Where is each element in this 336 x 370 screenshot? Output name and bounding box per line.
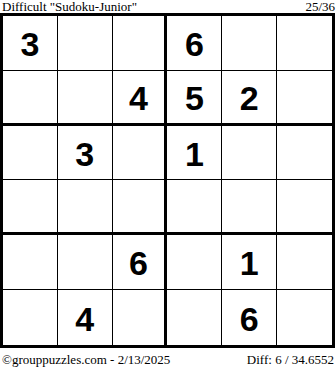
cell-r2c5-given[interactable]: 2	[222, 71, 277, 126]
cell-r2c6-empty[interactable]	[277, 71, 332, 126]
cell-r3c6-empty[interactable]	[277, 126, 332, 181]
cell-r6c4-empty[interactable]	[167, 290, 222, 345]
cell-r2c2-empty[interactable]	[58, 71, 113, 126]
cell-r1c6-empty[interactable]	[277, 16, 332, 71]
cell-r1c4-given[interactable]: 6	[167, 16, 222, 71]
cell-r6c2-given[interactable]: 4	[58, 290, 113, 345]
cell-r4c1-empty[interactable]	[3, 180, 58, 235]
cell-r1c3-empty[interactable]	[113, 16, 168, 71]
header: Difficult "Sudoku-Junior" 25/36	[2, 0, 335, 13]
cell-r6c5-given[interactable]: 6	[222, 290, 277, 345]
cell-r2c1-empty[interactable]	[3, 71, 58, 126]
footer: ©grouppuzzles.com - 2/13/2025 Diff: 6 / …	[2, 353, 334, 367]
sudoku-board: 36452316146	[0, 13, 335, 348]
cell-r1c5-empty[interactable]	[222, 16, 277, 71]
cell-r5c1-empty[interactable]	[3, 235, 58, 290]
cell-r3c3-empty[interactable]	[113, 126, 168, 181]
cell-r5c6-empty[interactable]	[277, 235, 332, 290]
puzzle-counter: 25/36	[305, 0, 335, 13]
cell-r4c4-empty[interactable]	[167, 180, 222, 235]
cell-r2c3-given[interactable]: 4	[113, 71, 168, 126]
puzzle-page: Difficult "Sudoku-Junior" 25/36 36452316…	[0, 0, 336, 370]
cell-r4c6-empty[interactable]	[277, 180, 332, 235]
cell-r6c6-empty[interactable]	[277, 290, 332, 345]
cell-r3c4-given[interactable]: 1	[167, 126, 222, 181]
cell-r1c1-given[interactable]: 3	[3, 16, 58, 71]
cell-r4c2-empty[interactable]	[58, 180, 113, 235]
cell-r6c3-empty[interactable]	[113, 290, 168, 345]
cell-r2c4-given[interactable]: 5	[167, 71, 222, 126]
cell-r1c2-empty[interactable]	[58, 16, 113, 71]
cell-r4c5-empty[interactable]	[222, 180, 277, 235]
cell-r5c5-given[interactable]: 1	[222, 235, 277, 290]
page-title: Difficult "Sudoku-Junior"	[2, 0, 137, 13]
cell-r3c5-empty[interactable]	[222, 126, 277, 181]
cell-r3c2-given[interactable]: 3	[58, 126, 113, 181]
copyright-text: ©grouppuzzles.com - 2/13/2025	[2, 353, 170, 367]
cell-r4c3-empty[interactable]	[113, 180, 168, 235]
cell-r3c1-empty[interactable]	[3, 126, 58, 181]
cell-r5c2-empty[interactable]	[58, 235, 113, 290]
cell-r5c3-given[interactable]: 6	[113, 235, 168, 290]
cell-r5c4-empty[interactable]	[167, 235, 222, 290]
cell-r6c1-empty[interactable]	[3, 290, 58, 345]
difficulty-text: Diff: 6 / 34.6552	[247, 353, 334, 367]
